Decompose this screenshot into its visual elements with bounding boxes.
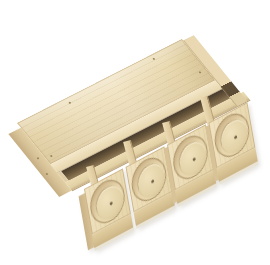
product-photo-stage: [0, 0, 270, 265]
screw-dot: [50, 155, 53, 157]
screw-dot: [68, 102, 71, 104]
pivot-screw: [151, 179, 154, 184]
screw-dot: [199, 71, 202, 73]
pivot-screw: [192, 157, 195, 162]
screw-dot: [152, 58, 155, 60]
pivot-screw: [234, 135, 237, 140]
screw-dot: [36, 157, 39, 159]
pivot-screw: [109, 201, 112, 206]
screw-dot: [45, 173, 48, 175]
